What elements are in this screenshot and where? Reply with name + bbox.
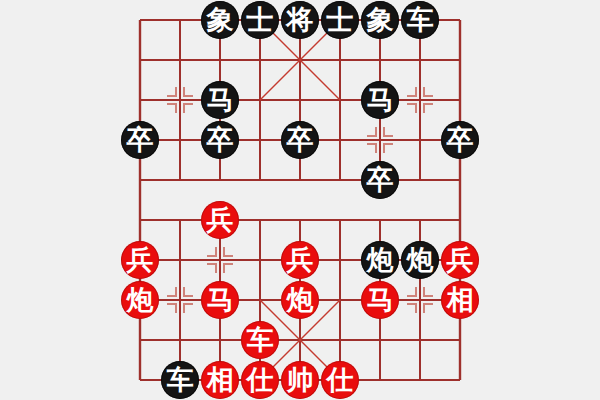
piece-black-horse[interactable]: 马 [201, 81, 239, 119]
xiangqi-board: 象士将士象车马马卒卒卒卒卒兵兵兵炮炮兵炮马炮马相车车相仕帅仕 [0, 0, 600, 400]
piece-glyph: 相 [207, 367, 234, 394]
piece-red-horse[interactable]: 马 [201, 281, 239, 319]
piece-glyph: 卒 [367, 167, 394, 194]
piece-glyph: 士 [247, 7, 274, 34]
piece-glyph: 兵 [287, 247, 314, 274]
piece-glyph: 兵 [207, 207, 234, 234]
piece-black-cannon[interactable]: 炮 [361, 241, 399, 279]
piece-red-horse[interactable]: 马 [361, 281, 399, 319]
piece-glyph: 卒 [207, 127, 234, 154]
piece-black-soldier[interactable]: 卒 [121, 121, 159, 159]
piece-glyph: 炮 [367, 247, 394, 274]
piece-glyph: 炮 [287, 287, 314, 314]
piece-black-chariot[interactable]: 车 [161, 361, 199, 399]
piece-glyph: 卒 [447, 127, 474, 154]
piece-red-chariot[interactable]: 车 [241, 321, 279, 359]
piece-black-elephant[interactable]: 象 [361, 1, 399, 39]
piece-glyph: 马 [367, 87, 394, 114]
piece-glyph: 象 [207, 7, 234, 34]
piece-glyph: 象 [367, 7, 394, 34]
piece-glyph: 车 [247, 327, 274, 354]
piece-glyph: 仕 [247, 367, 274, 394]
piece-black-soldier[interactable]: 卒 [361, 161, 399, 199]
piece-red-elephant[interactable]: 相 [441, 281, 479, 319]
piece-red-elephant[interactable]: 相 [201, 361, 239, 399]
piece-glyph: 卒 [287, 127, 314, 154]
piece-black-advisor[interactable]: 士 [321, 1, 359, 39]
piece-red-advisor[interactable]: 仕 [321, 361, 359, 399]
piece-black-elephant[interactable]: 象 [201, 1, 239, 39]
piece-black-advisor[interactable]: 士 [241, 1, 279, 39]
piece-red-cannon[interactable]: 炮 [281, 281, 319, 319]
piece-glyph: 车 [167, 367, 194, 394]
piece-glyph: 兵 [447, 247, 474, 274]
piece-red-soldier[interactable]: 兵 [441, 241, 479, 279]
piece-glyph: 炮 [407, 247, 434, 274]
piece-glyph: 炮 [127, 287, 154, 314]
piece-black-chariot[interactable]: 车 [401, 1, 439, 39]
piece-red-soldier[interactable]: 兵 [121, 241, 159, 279]
piece-black-cannon[interactable]: 炮 [401, 241, 439, 279]
piece-red-cannon[interactable]: 炮 [121, 281, 159, 319]
piece-black-soldier[interactable]: 卒 [441, 121, 479, 159]
piece-glyph: 帅 [287, 367, 314, 394]
piece-glyph: 车 [407, 7, 434, 34]
piece-glyph: 马 [207, 87, 234, 114]
piece-black-soldier[interactable]: 卒 [281, 121, 319, 159]
piece-glyph: 卒 [127, 127, 154, 154]
piece-black-soldier[interactable]: 卒 [201, 121, 239, 159]
piece-red-soldier[interactable]: 兵 [201, 201, 239, 239]
piece-black-horse[interactable]: 马 [361, 81, 399, 119]
board-grid: 象士将士象车马马卒卒卒卒卒兵兵兵炮炮兵炮马炮马相车车相仕帅仕 [120, 0, 480, 400]
piece-glyph: 兵 [127, 247, 154, 274]
piece-red-general[interactable]: 帅 [281, 361, 319, 399]
piece-red-soldier[interactable]: 兵 [281, 241, 319, 279]
piece-black-general[interactable]: 将 [281, 1, 319, 39]
piece-glyph: 马 [367, 287, 394, 314]
piece-glyph: 马 [207, 287, 234, 314]
piece-red-advisor[interactable]: 仕 [241, 361, 279, 399]
piece-glyph: 将 [287, 7, 314, 34]
piece-glyph: 士 [327, 7, 354, 34]
piece-glyph: 相 [447, 287, 474, 314]
piece-glyph: 仕 [327, 367, 354, 394]
